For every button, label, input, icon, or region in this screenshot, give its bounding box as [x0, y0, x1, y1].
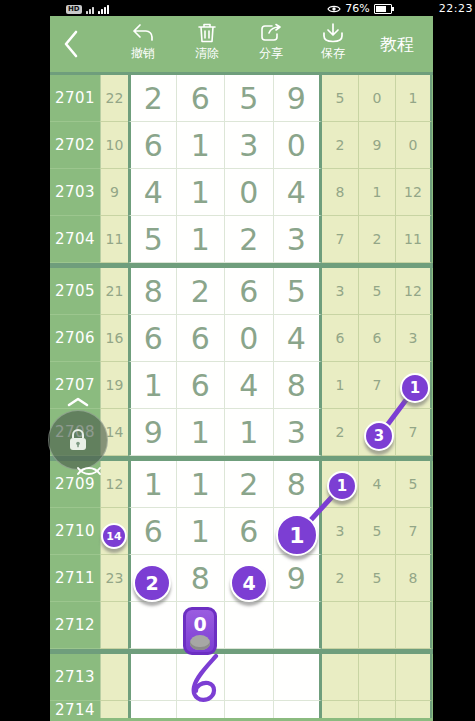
table-row: 2701222659501: [50, 75, 433, 122]
sum-cell: [100, 508, 128, 555]
digit-cell[interactable]: 1: [128, 362, 177, 409]
sum-cell: 14: [100, 409, 128, 456]
table-row: 270719164817: [50, 362, 433, 409]
stat-cell[interactable]: 7: [322, 216, 359, 263]
digit-cell[interactable]: [128, 654, 177, 701]
digit-cell[interactable]: 1: [177, 409, 226, 456]
stat-cell[interactable]: 2: [322, 122, 359, 169]
digit-cell[interactable]: 0: [225, 169, 274, 216]
stat-cell[interactable]: 3: [322, 268, 359, 315]
stat-cell[interactable]: [396, 701, 432, 718]
digit-cell[interactable]: 2: [225, 461, 274, 508]
stat-cell[interactable]: [359, 654, 396, 701]
table-row: 2706166604663: [50, 315, 433, 362]
digit-cell[interactable]: 6: [177, 75, 226, 122]
digit-cell[interactable]: 5: [128, 216, 177, 263]
stat-cell[interactable]: [322, 701, 359, 718]
stat-cell[interactable]: [322, 461, 359, 508]
stat-cell[interactable]: 5: [322, 75, 359, 122]
eye-protection-icon: [327, 4, 341, 14]
digit-cell[interactable]: 2: [128, 75, 177, 122]
period-cell: 2709: [50, 461, 100, 508]
stat-cell[interactable]: [396, 362, 432, 409]
sum-cell: 16: [100, 315, 128, 362]
period-cell: 2706: [50, 315, 100, 362]
clear-label: 清除: [195, 45, 219, 62]
digit-cell[interactable]: 8: [274, 362, 323, 409]
period-cell: 2714: [50, 701, 100, 718]
stat-cell[interactable]: 5: [359, 268, 396, 315]
stat-cell[interactable]: 4: [359, 461, 396, 508]
share-icon: [259, 23, 283, 43]
digit-cell[interactable]: 8: [274, 461, 323, 508]
table-row: 270912112845: [50, 461, 433, 508]
table-row: 2713: [50, 654, 433, 701]
tutorial-button[interactable]: 教程: [362, 16, 432, 72]
table-row: 2714: [50, 701, 433, 718]
digit-cell[interactable]: 6: [128, 508, 177, 555]
stat-cell[interactable]: 2: [322, 409, 359, 456]
period-cell: 2707: [50, 362, 100, 409]
digit-cell[interactable]: [274, 508, 323, 555]
status-bar: HD 76% 22:23: [0, 0, 475, 16]
table-row: 2702106130290: [50, 122, 433, 169]
trend-table[interactable]: 2701222659501270210613029027039410481122…: [50, 72, 433, 721]
signal-icon-sim1: [86, 7, 94, 14]
clear-button[interactable]: 清除: [177, 23, 237, 69]
stat-cell[interactable]: 7: [396, 508, 432, 555]
table-row: 2710616357: [50, 508, 433, 555]
digit-cell[interactable]: 4: [274, 169, 323, 216]
stat-cell[interactable]: 3: [322, 508, 359, 555]
digit-cell[interactable]: [225, 555, 274, 602]
digit-cell[interactable]: [177, 602, 226, 649]
period-cell: 2702: [50, 122, 100, 169]
stat-cell[interactable]: 11: [396, 216, 432, 263]
period-cell: 2712: [50, 602, 100, 649]
stat-cell[interactable]: [359, 409, 396, 456]
undo-label: 撤销: [131, 45, 155, 62]
undo-icon: [131, 23, 155, 43]
period-cell: 2713: [50, 654, 100, 701]
period-cell: 2704: [50, 216, 100, 263]
app-window: 撤销 清除 分享 保存 教程 2701222659501270210613029…: [50, 16, 433, 721]
back-icon[interactable]: [62, 30, 80, 58]
share-label: 分享: [259, 45, 283, 62]
period-cell: 2708: [50, 409, 100, 456]
hd-icon: HD: [66, 5, 82, 14]
stat-cell[interactable]: 1: [396, 75, 432, 122]
period-cell: 2710: [50, 508, 100, 555]
stat-cell[interactable]: 7: [359, 362, 396, 409]
stat-cell[interactable]: [322, 654, 359, 701]
digit-cell[interactable]: 1: [177, 216, 226, 263]
digit-cell[interactable]: 1: [177, 169, 226, 216]
digit-cell[interactable]: [177, 654, 226, 701]
period-cell: 2703: [50, 169, 100, 216]
stat-cell[interactable]: 5: [359, 508, 396, 555]
stat-cell[interactable]: 12: [396, 169, 432, 216]
stat-cell[interactable]: [322, 602, 359, 649]
digit-cell[interactable]: [128, 701, 177, 718]
stat-cell[interactable]: [359, 602, 396, 649]
digit-cell[interactable]: 6: [225, 268, 274, 315]
digit-cell[interactable]: 9: [274, 75, 323, 122]
stat-cell[interactable]: 0: [396, 122, 432, 169]
digit-cell[interactable]: 1: [177, 461, 226, 508]
digit-cell[interactable]: 0: [225, 315, 274, 362]
signal-icon-sim2: [98, 5, 109, 14]
stat-cell[interactable]: 8: [322, 169, 359, 216]
sum-cell: 10: [100, 122, 128, 169]
sum-cell: 12: [100, 461, 128, 508]
digit-cell[interactable]: 6: [128, 315, 177, 362]
save-label: 保存: [321, 45, 345, 62]
sum-cell: 11: [100, 216, 128, 263]
sum-cell: 21: [100, 268, 128, 315]
stat-cell[interactable]: 5: [396, 461, 432, 508]
digit-cell[interactable]: [274, 602, 323, 649]
sum-cell: [100, 701, 128, 718]
digit-cell[interactable]: 3: [274, 216, 323, 263]
digit-cell[interactable]: 9: [128, 409, 177, 456]
table-row: 270814911327: [50, 409, 433, 456]
digit-cell[interactable]: 2: [177, 268, 226, 315]
toolbar: 撤销 清除 分享 保存 教程: [50, 16, 433, 72]
digit-cell[interactable]: 1: [177, 508, 226, 555]
digit-cell[interactable]: [128, 602, 177, 649]
digit-cell[interactable]: 9: [274, 555, 323, 602]
sum-cell: [100, 602, 128, 649]
sum-cell: 19: [100, 362, 128, 409]
digit-cell[interactable]: 8: [128, 268, 177, 315]
digit-cell[interactable]: 4: [225, 362, 274, 409]
digit-cell[interactable]: 5: [225, 75, 274, 122]
stat-cell[interactable]: 2: [322, 555, 359, 602]
table-row: 27112389258: [50, 555, 433, 602]
table-rows: 2701222659501270210613029027039410481122…: [50, 75, 433, 718]
stat-cell[interactable]: 3: [396, 315, 432, 362]
digit-cell[interactable]: [225, 654, 274, 701]
sum-cell: 9: [100, 169, 128, 216]
share-button[interactable]: 分享: [241, 23, 301, 69]
digit-cell[interactable]: [225, 701, 274, 718]
sum-cell: [100, 654, 128, 701]
stat-cell[interactable]: 2: [359, 216, 396, 263]
digit-cell[interactable]: 3: [274, 409, 323, 456]
undo-button[interactable]: 撤销: [113, 23, 173, 69]
digit-cell[interactable]: [177, 701, 226, 718]
stat-cell[interactable]: 5: [359, 555, 396, 602]
digit-cell[interactable]: 6: [177, 362, 226, 409]
stat-cell[interactable]: 9: [359, 122, 396, 169]
digit-cell[interactable]: 4: [274, 315, 323, 362]
period-cell: 2711: [50, 555, 100, 602]
stat-cell[interactable]: 12: [396, 268, 432, 315]
period-cell: 2705: [50, 268, 100, 315]
stat-cell[interactable]: 6: [322, 315, 359, 362]
stat-cell[interactable]: 8: [396, 555, 432, 602]
clock: 22:23: [439, 2, 473, 15]
digit-cell[interactable]: 6: [177, 315, 226, 362]
stat-cell[interactable]: 1: [322, 362, 359, 409]
save-button[interactable]: 保存: [303, 23, 363, 69]
save-icon: [322, 23, 344, 43]
stat-cell[interactable]: 0: [359, 75, 396, 122]
digit-cell[interactable]: 6: [128, 122, 177, 169]
digit-cell[interactable]: 8: [177, 555, 226, 602]
table-row: 27052182653512: [50, 268, 433, 315]
battery-percent: 76%: [345, 2, 369, 15]
table-row: 2712: [50, 602, 433, 649]
stat-cell[interactable]: 7: [396, 409, 432, 456]
stat-cell[interactable]: [359, 701, 396, 718]
digit-cell[interactable]: 5: [274, 268, 323, 315]
digit-cell[interactable]: 0: [274, 122, 323, 169]
digit-cell[interactable]: 1: [128, 461, 177, 508]
digit-cell[interactable]: [128, 555, 177, 602]
digit-cell[interactable]: 3: [225, 122, 274, 169]
digit-cell[interactable]: 1: [225, 409, 274, 456]
stat-cell[interactable]: 1: [359, 169, 396, 216]
trash-icon: [196, 23, 218, 43]
digit-cell[interactable]: [225, 602, 274, 649]
digit-cell[interactable]: [274, 701, 323, 718]
digit-cell[interactable]: 2: [225, 216, 274, 263]
period-cell: 2701: [50, 75, 100, 122]
sum-cell: 23: [100, 555, 128, 602]
digit-cell[interactable]: 6: [225, 508, 274, 555]
battery-icon: [374, 4, 392, 14]
table-row: 2703941048112: [50, 169, 433, 216]
stat-cell[interactable]: [396, 654, 432, 701]
stat-cell[interactable]: [396, 602, 432, 649]
stat-cell[interactable]: 6: [359, 315, 396, 362]
digit-cell[interactable]: 4: [128, 169, 177, 216]
table-row: 27041151237211: [50, 216, 433, 263]
digit-cell[interactable]: 1: [177, 122, 226, 169]
sum-cell: 22: [100, 75, 128, 122]
digit-cell[interactable]: [274, 654, 323, 701]
